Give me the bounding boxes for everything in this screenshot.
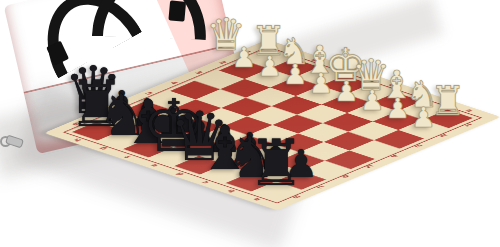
white-pawn-a2[interactable]: ♟ <box>411 104 436 132</box>
strap-stitch-tab <box>168 0 186 21</box>
white-pawn-d2[interactable]: ♟ <box>334 78 359 106</box>
white-pawn-e2[interactable]: ♟ <box>308 70 333 98</box>
white-pawn-f2[interactable]: ♟ <box>283 61 308 89</box>
black-rook-a8[interactable]: ♜ <box>248 132 305 195</box>
bag-handle-strap-right <box>92 0 208 40</box>
white-pawn-c2[interactable]: ♟ <box>360 87 385 115</box>
white-pawn-b2[interactable]: ♟ <box>385 95 410 123</box>
chess-set-product-photo: hh11gg22ff33ee44dd55cc66bb77aa88 ♜♞♝♛♚♝♞… <box>0 0 500 247</box>
white-pawn-g2[interactable]: ♟ <box>257 53 282 81</box>
white-pawn-h2[interactable]: ♟ <box>232 44 257 72</box>
